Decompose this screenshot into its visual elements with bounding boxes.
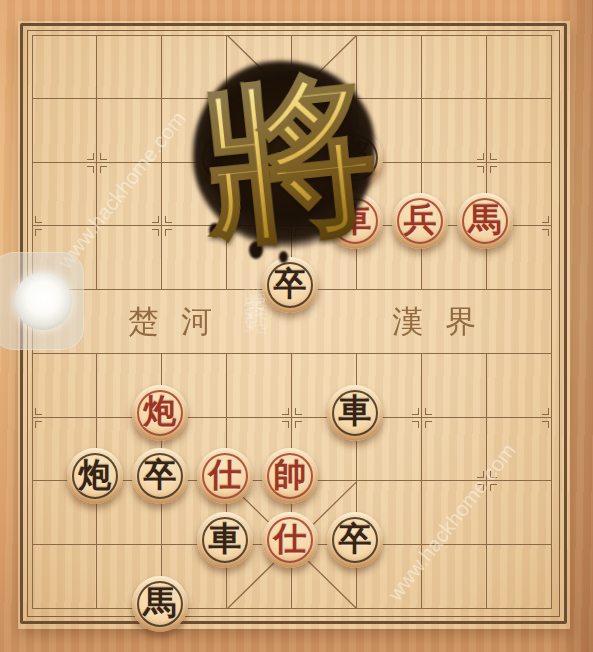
- grid-cell: [487, 481, 552, 545]
- grid-cell: [97, 35, 162, 99]
- river-label-chuhe: 楚河: [128, 301, 234, 343]
- piece-glyph: 馬: [144, 587, 177, 620]
- piece-glyph: 車: [209, 523, 242, 556]
- piece-glyph: 將: [339, 140, 372, 173]
- grid-cell: [32, 163, 97, 227]
- grid-cell: [32, 99, 97, 163]
- grid-cell: [422, 354, 487, 418]
- piece-glyph: 卒: [144, 459, 177, 492]
- grid-cell: [162, 226, 227, 290]
- red-piece-炮[interactable]: 炮: [132, 385, 188, 441]
- grid-cell: [162, 35, 227, 99]
- piece-glyph: 車: [339, 395, 372, 428]
- black-piece-車[interactable]: 車: [197, 512, 253, 568]
- floating-assist-dot-icon: [14, 272, 72, 330]
- piece-glyph: 炮: [144, 395, 177, 428]
- piece-glyph: 卒: [274, 268, 307, 301]
- grid-cell: [97, 226, 162, 290]
- black-piece-將[interactable]: 將: [327, 130, 383, 186]
- black-piece-馬[interactable]: 馬: [197, 130, 253, 186]
- grid-cell: [422, 99, 487, 163]
- xiangqi-app-screen: 楚河 漢界 士馬將車兵馬卒炮車炮卒仕帥車仕卒馬 將 www.hackhome.c…: [0, 0, 593, 652]
- grid-cell: [422, 35, 487, 99]
- grid-cell: [32, 35, 97, 99]
- black-piece-馬[interactable]: 馬: [132, 576, 188, 632]
- piece-glyph: 士: [274, 76, 307, 109]
- grid-cell: [357, 35, 422, 99]
- grid-cell: [422, 481, 487, 545]
- black-piece-卒[interactable]: 卒: [262, 257, 318, 313]
- piece-glyph: 卒: [339, 523, 372, 556]
- piece-glyph: 炮: [79, 459, 112, 492]
- piece-glyph: 車: [339, 204, 372, 237]
- grid-cell: [487, 545, 552, 609]
- grid-cell: [487, 354, 552, 418]
- river-label-hanjie: 漢界: [392, 301, 498, 343]
- black-piece-卒[interactable]: 卒: [327, 512, 383, 568]
- piece-glyph: 兵: [404, 204, 437, 237]
- piece-glyph: 仕: [209, 459, 242, 492]
- red-piece-馬[interactable]: 馬: [457, 193, 513, 249]
- red-piece-仕[interactable]: 仕: [262, 512, 318, 568]
- floating-assist-button[interactable]: [0, 252, 84, 350]
- red-piece-車[interactable]: 車: [327, 193, 383, 249]
- piece-glyph: 馬: [209, 140, 242, 173]
- piece-glyph: 帥: [274, 459, 307, 492]
- grid-cell: [32, 545, 97, 609]
- grid-cell: [487, 418, 552, 482]
- grid-cell: [487, 35, 552, 99]
- grid-cell: [422, 418, 487, 482]
- red-piece-兵[interactable]: 兵: [392, 193, 448, 249]
- grid-cell: [97, 99, 162, 163]
- grid-cell: [422, 545, 487, 609]
- piece-glyph: 仕: [274, 523, 307, 556]
- black-piece-車[interactable]: 車: [327, 385, 383, 441]
- grid-cell: [32, 354, 97, 418]
- black-piece-士[interactable]: 士: [262, 66, 318, 122]
- grid-cell: [487, 99, 552, 163]
- grid-cell: [227, 354, 292, 418]
- grid-cell: [97, 163, 162, 227]
- piece-glyph: 馬: [469, 204, 502, 237]
